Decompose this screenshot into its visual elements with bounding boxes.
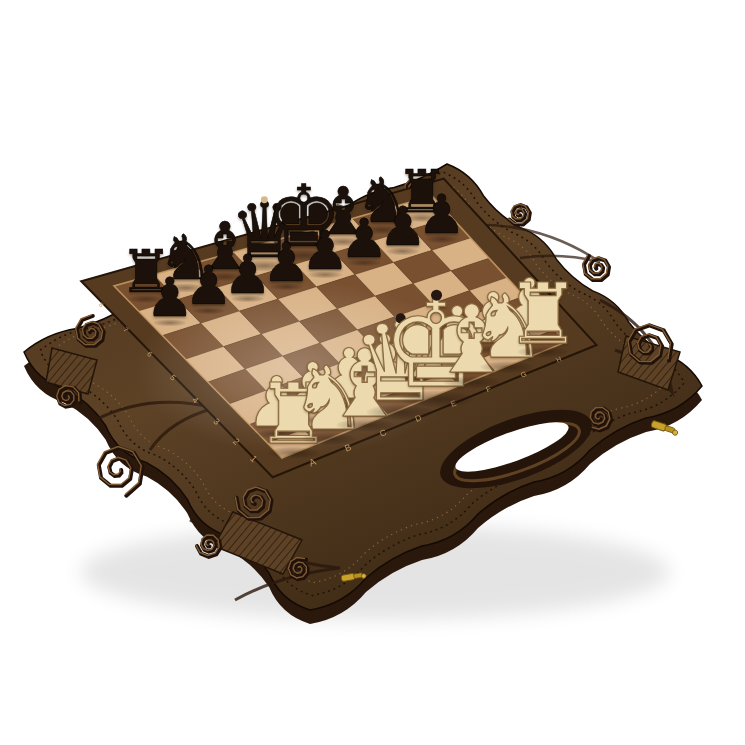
white-rook-glyph: ♜ [506, 264, 581, 362]
piece-white-rook-h1[interactable]: ♜ [506, 272, 581, 356]
chess-set-photo: ABCDEFGH12345678 ♜♞♝♛♚♝♞♜♟♟♟♟♟♟♟♟♟♟♟♟♟♟♟… [0, 0, 745, 745]
piece-black-pawn-h7[interactable]: ♟ [418, 188, 466, 242]
black-pawn-glyph: ♟ [418, 183, 466, 246]
